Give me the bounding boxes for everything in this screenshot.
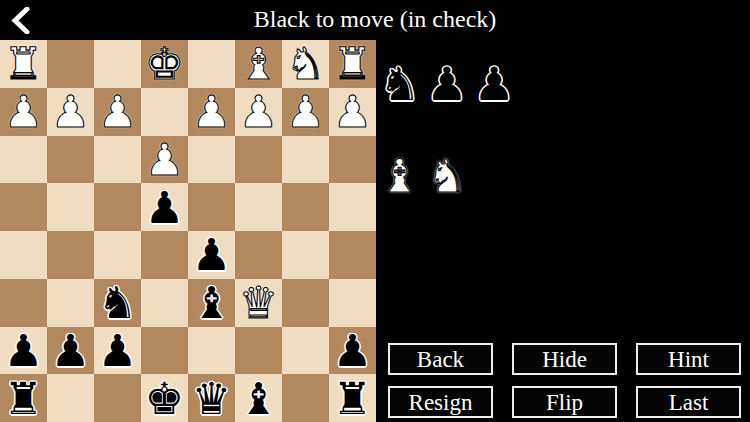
piece-black-pawn: ♟ <box>145 184 184 231</box>
square-f7[interactable]: ♟ <box>94 327 141 375</box>
square-e7[interactable] <box>141 327 188 375</box>
captured-white-knight-icon: ♞ <box>426 148 467 204</box>
piece-white-pawn: ♟ <box>98 88 137 135</box>
square-g4[interactable] <box>47 183 94 231</box>
square-f3[interactable] <box>94 136 141 184</box>
captured-black-knight-icon: ♞ <box>379 56 420 112</box>
square-e1[interactable]: ♚ <box>141 40 188 88</box>
square-d6[interactable]: ♝ <box>188 279 235 327</box>
square-a4[interactable] <box>329 183 376 231</box>
piece-black-queen: ♛ <box>192 375 231 422</box>
square-f6[interactable]: ♞ <box>94 279 141 327</box>
square-g6[interactable] <box>47 279 94 327</box>
captured-white-bishop-icon: ♝ <box>379 148 420 204</box>
square-b3[interactable] <box>282 136 329 184</box>
captured-black-pawn-icon: ♟ <box>426 56 467 112</box>
piece-black-king: ♚ <box>145 375 184 422</box>
square-c6[interactable]: ♛ <box>235 279 282 327</box>
square-h4[interactable] <box>0 183 47 231</box>
square-d1[interactable] <box>188 40 235 88</box>
square-g5[interactable] <box>47 231 94 279</box>
hint-button[interactable]: Hint <box>636 343 741 375</box>
last-button[interactable]: Last <box>636 386 741 418</box>
piece-white-pawn: ♟ <box>51 88 90 135</box>
hide-button[interactable]: Hide <box>512 343 617 375</box>
piece-black-pawn: ♟ <box>4 327 43 374</box>
piece-white-king: ♚ <box>145 40 184 87</box>
square-c5[interactable] <box>235 231 282 279</box>
back-button[interactable]: Back <box>388 343 493 375</box>
piece-black-rook: ♜ <box>4 375 43 422</box>
captured-white-pieces-tray: ♝♞ <box>379 148 468 204</box>
square-f5[interactable] <box>94 231 141 279</box>
square-a5[interactable] <box>329 231 376 279</box>
top-bar: Black to move (in check) <box>0 0 750 40</box>
square-c4[interactable] <box>235 183 282 231</box>
square-g3[interactable] <box>47 136 94 184</box>
square-b1[interactable]: ♞ <box>282 40 329 88</box>
piece-white-rook: ♜ <box>333 40 372 87</box>
square-e5[interactable] <box>141 231 188 279</box>
square-e6[interactable] <box>141 279 188 327</box>
square-a1[interactable]: ♜ <box>329 40 376 88</box>
square-g8[interactable] <box>47 374 94 422</box>
piece-white-pawn: ♟ <box>286 88 325 135</box>
square-e2[interactable] <box>141 88 188 136</box>
piece-white-pawn: ♟ <box>239 88 278 135</box>
square-b8[interactable] <box>282 374 329 422</box>
square-f4[interactable] <box>94 183 141 231</box>
square-g7[interactable]: ♟ <box>47 327 94 375</box>
square-d7[interactable] <box>188 327 235 375</box>
piece-black-pawn: ♟ <box>51 327 90 374</box>
square-e4[interactable]: ♟ <box>141 183 188 231</box>
piece-white-bishop: ♝ <box>239 40 278 87</box>
piece-black-pawn: ♟ <box>333 327 372 374</box>
square-f2[interactable]: ♟ <box>94 88 141 136</box>
square-a8[interactable]: ♜ <box>329 374 376 422</box>
square-d2[interactable]: ♟ <box>188 88 235 136</box>
square-a6[interactable] <box>329 279 376 327</box>
square-a3[interactable] <box>329 136 376 184</box>
piece-black-pawn: ♟ <box>192 231 231 278</box>
square-a2[interactable]: ♟ <box>329 88 376 136</box>
piece-black-bishop: ♝ <box>239 375 278 422</box>
captured-black-pieces-tray: ♞♟♟ <box>379 56 515 112</box>
square-h6[interactable] <box>0 279 47 327</box>
square-e3[interactable]: ♟ <box>141 136 188 184</box>
piece-white-pawn: ♟ <box>333 88 372 135</box>
square-d3[interactable] <box>188 136 235 184</box>
page-title: Black to move (in check) <box>0 5 750 33</box>
chess-board: ♜♚♝♞♜♟♟♟♟♟♟♟♟♟♟♞♝♛♟♟♟♟♜♚♛♝♜ <box>0 40 376 422</box>
square-h2[interactable]: ♟ <box>0 88 47 136</box>
square-f8[interactable] <box>94 374 141 422</box>
square-b2[interactable]: ♟ <box>282 88 329 136</box>
flip-button[interactable]: Flip <box>512 386 617 418</box>
piece-white-pawn: ♟ <box>145 136 184 183</box>
piece-white-knight: ♞ <box>286 40 325 87</box>
piece-white-pawn: ♟ <box>192 88 231 135</box>
piece-black-rook: ♜ <box>333 375 372 422</box>
square-f1[interactable] <box>94 40 141 88</box>
square-g2[interactable]: ♟ <box>47 88 94 136</box>
square-b4[interactable] <box>282 183 329 231</box>
square-d5[interactable]: ♟ <box>188 231 235 279</box>
square-b5[interactable] <box>282 231 329 279</box>
square-h5[interactable] <box>0 231 47 279</box>
square-c2[interactable]: ♟ <box>235 88 282 136</box>
control-buttons: Back Hide Hint Resign Flip Last <box>388 343 741 418</box>
resign-button[interactable]: Resign <box>388 386 493 418</box>
piece-black-bishop: ♝ <box>192 279 231 326</box>
square-c1[interactable]: ♝ <box>235 40 282 88</box>
square-a7[interactable]: ♟ <box>329 327 376 375</box>
square-h1[interactable]: ♜ <box>0 40 47 88</box>
piece-white-pawn: ♟ <box>4 88 43 135</box>
square-c3[interactable] <box>235 136 282 184</box>
square-d4[interactable] <box>188 183 235 231</box>
piece-white-rook: ♜ <box>4 40 43 87</box>
piece-white-queen: ♛ <box>239 279 278 326</box>
piece-black-pawn: ♟ <box>98 327 137 374</box>
square-d8[interactable]: ♛ <box>188 374 235 422</box>
captured-black-pawn-icon: ♟ <box>474 56 515 112</box>
square-b7[interactable] <box>282 327 329 375</box>
square-g1[interactable] <box>47 40 94 88</box>
piece-black-knight: ♞ <box>98 279 137 326</box>
square-h8[interactable]: ♜ <box>0 374 47 422</box>
square-e8[interactable]: ♚ <box>141 374 188 422</box>
square-h7[interactable]: ♟ <box>0 327 47 375</box>
square-h3[interactable] <box>0 136 47 184</box>
square-c7[interactable] <box>235 327 282 375</box>
square-c8[interactable]: ♝ <box>235 374 282 422</box>
square-b6[interactable] <box>282 279 329 327</box>
